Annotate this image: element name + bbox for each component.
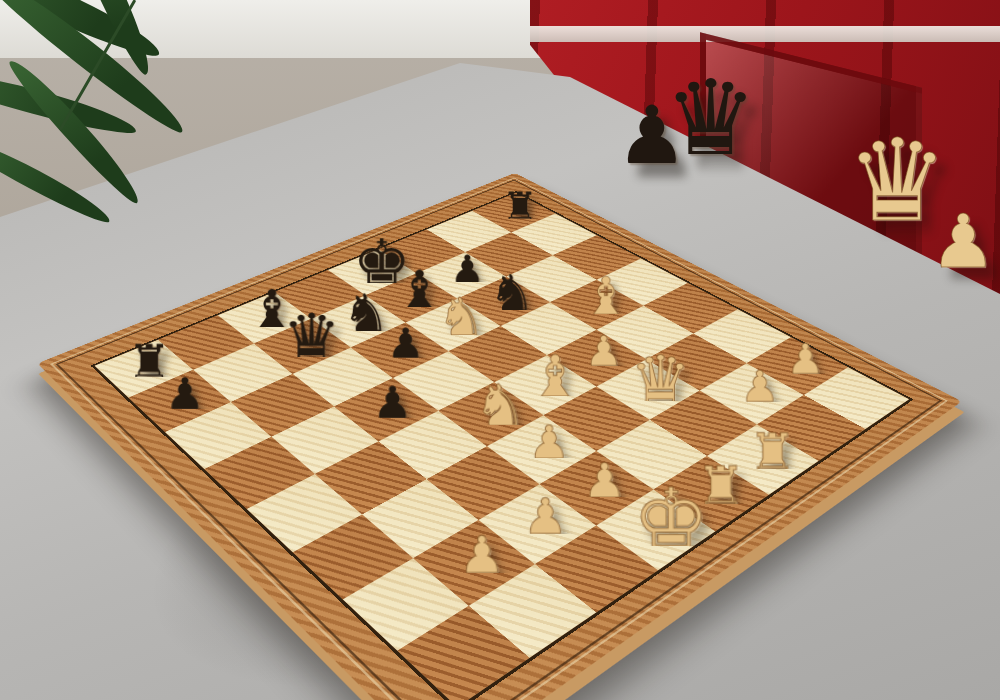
black-queen-icon: ♛ [282,305,340,368]
white-king-icon: ♚ [632,477,709,561]
black-pawn-icon: ♟ [165,373,205,416]
black-pawn-icon: ♟ [387,323,425,364]
white-queen-icon: ♛ [629,346,690,413]
white-rook-icon: ♜ [749,425,798,478]
white-pawn-icon: ♟ [523,492,568,541]
spare-white-pawn[interactable]: ♟ [930,204,996,278]
white-knight-icon: ♞ [474,377,527,435]
white-pawn-icon: ♟ [585,331,623,372]
scene: ♜♝♚♜♟♛♞♝♟♟♞♞♟♝♞♝♟♟♛♟♟♟♟♟♚♜♜ ♟♛♛♟ [0,0,1000,700]
black-rook-icon: ♜ [502,186,538,226]
spare-black-queen[interactable]: ♛ [664,66,757,170]
white-pawn-icon: ♟ [740,366,780,409]
white-pawn-icon: ♟ [459,530,506,581]
white-bishop-icon: ♝ [529,348,581,405]
phone-booth-bar [530,26,1000,42]
white-knight-icon: ♞ [437,291,485,343]
white-pawn-icon: ♟ [786,339,824,381]
black-bishop-icon: ♝ [396,264,443,316]
white-pawn-icon: ♟ [583,457,627,505]
white-bishop-icon: ♝ [582,271,630,323]
square-a1[interactable] [397,606,529,700]
black-pawn-icon: ♟ [450,251,484,289]
white-pawn-icon: ♟ [528,420,570,466]
black-pawn-icon: ♟ [373,381,413,425]
black-knight-icon: ♞ [489,268,536,319]
